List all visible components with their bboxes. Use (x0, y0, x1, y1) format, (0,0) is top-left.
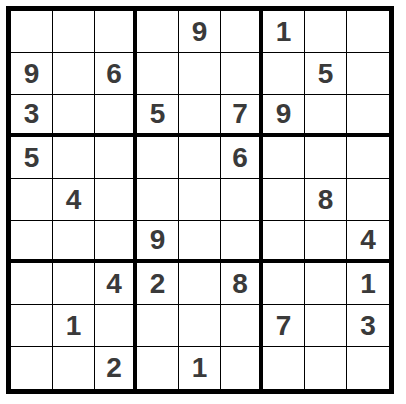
cell-r2c3-given-6[interactable]: 6 (95, 53, 137, 95)
cell-r1c2[interactable] (53, 11, 95, 53)
cell-r8c5[interactable] (179, 305, 221, 347)
cell-r1c6[interactable] (221, 11, 263, 53)
cell-r2c9[interactable] (347, 53, 389, 95)
cell-r3c1-given-3[interactable]: 3 (11, 95, 53, 137)
cell-r5c8-given-8[interactable]: 8 (305, 179, 347, 221)
cell-r9c7[interactable] (263, 347, 305, 389)
cell-r2c5[interactable] (179, 53, 221, 95)
cell-r1c4[interactable] (137, 11, 179, 53)
cell-r9c6[interactable] (221, 347, 263, 389)
cell-r5c7[interactable] (263, 179, 305, 221)
cell-r8c7-given-7[interactable]: 7 (263, 305, 305, 347)
cell-r3c9[interactable] (347, 95, 389, 137)
cell-r7c1[interactable] (11, 263, 53, 305)
cell-r6c1[interactable] (11, 221, 53, 263)
cell-r3c4-given-5[interactable]: 5 (137, 95, 179, 137)
cell-r7c2[interactable] (53, 263, 95, 305)
cell-r8c2-given-1[interactable]: 1 (53, 305, 95, 347)
cell-r7c4-given-2[interactable]: 2 (137, 263, 179, 305)
cell-r1c7-given-1[interactable]: 1 (263, 11, 305, 53)
sudoku-page: 919653579564894428117321 (0, 0, 406, 404)
cell-r7c3-given-4[interactable]: 4 (95, 263, 137, 305)
cell-r5c1[interactable] (11, 179, 53, 221)
cell-r1c3[interactable] (95, 11, 137, 53)
cell-r8c4[interactable] (137, 305, 179, 347)
cell-r2c4[interactable] (137, 53, 179, 95)
cell-r6c5[interactable] (179, 221, 221, 263)
cell-r1c9[interactable] (347, 11, 389, 53)
cell-r3c5[interactable] (179, 95, 221, 137)
cell-r7c7[interactable] (263, 263, 305, 305)
cell-r9c2[interactable] (53, 347, 95, 389)
cell-r4c1-given-5[interactable]: 5 (11, 137, 53, 179)
cell-r1c8[interactable] (305, 11, 347, 53)
cell-r5c4[interactable] (137, 179, 179, 221)
cell-r2c1-given-9[interactable]: 9 (11, 53, 53, 95)
cell-r9c1[interactable] (11, 347, 53, 389)
cell-r2c8-given-5[interactable]: 5 (305, 53, 347, 95)
cell-r3c2[interactable] (53, 95, 95, 137)
cell-r6c3[interactable] (95, 221, 137, 263)
cell-r3c8[interactable] (305, 95, 347, 137)
cell-r8c8[interactable] (305, 305, 347, 347)
cell-r8c9-given-3[interactable]: 3 (347, 305, 389, 347)
cell-r4c4[interactable] (137, 137, 179, 179)
cell-r9c3-given-2[interactable]: 2 (95, 347, 137, 389)
cell-r9c9[interactable] (347, 347, 389, 389)
cell-r7c8[interactable] (305, 263, 347, 305)
cell-r8c6[interactable] (221, 305, 263, 347)
cell-r1c1[interactable] (11, 11, 53, 53)
cell-r5c5[interactable] (179, 179, 221, 221)
cell-r4c3[interactable] (95, 137, 137, 179)
cell-r5c2-given-4[interactable]: 4 (53, 179, 95, 221)
cell-r6c6[interactable] (221, 221, 263, 263)
cell-r6c9-given-4[interactable]: 4 (347, 221, 389, 263)
cell-r7c9-given-1[interactable]: 1 (347, 263, 389, 305)
cell-r6c7[interactable] (263, 221, 305, 263)
cell-r6c2[interactable] (53, 221, 95, 263)
cell-r5c3[interactable] (95, 179, 137, 221)
cell-r3c6-given-7[interactable]: 7 (221, 95, 263, 137)
cell-r5c6[interactable] (221, 179, 263, 221)
cell-r4c9[interactable] (347, 137, 389, 179)
sudoku-board: 919653579564894428117321 (6, 6, 394, 394)
cell-r2c6[interactable] (221, 53, 263, 95)
cell-r1c5-given-9[interactable]: 9 (179, 11, 221, 53)
cell-r9c8[interactable] (305, 347, 347, 389)
cell-r4c7[interactable] (263, 137, 305, 179)
cell-r3c3[interactable] (95, 95, 137, 137)
cell-r7c6-given-8[interactable]: 8 (221, 263, 263, 305)
cell-r3c7-given-9[interactable]: 9 (263, 95, 305, 137)
cell-r4c2[interactable] (53, 137, 95, 179)
cell-r4c6-given-6[interactable]: 6 (221, 137, 263, 179)
cell-r8c3[interactable] (95, 305, 137, 347)
cell-r5c9[interactable] (347, 179, 389, 221)
cell-r4c8[interactable] (305, 137, 347, 179)
cell-r4c5[interactable] (179, 137, 221, 179)
cell-r9c5-given-1[interactable]: 1 (179, 347, 221, 389)
cell-r2c7[interactable] (263, 53, 305, 95)
cell-r8c1[interactable] (11, 305, 53, 347)
cell-r2c2[interactable] (53, 53, 95, 95)
cell-r7c5[interactable] (179, 263, 221, 305)
cell-r9c4[interactable] (137, 347, 179, 389)
cell-r6c4-given-9[interactable]: 9 (137, 221, 179, 263)
cell-r6c8[interactable] (305, 221, 347, 263)
